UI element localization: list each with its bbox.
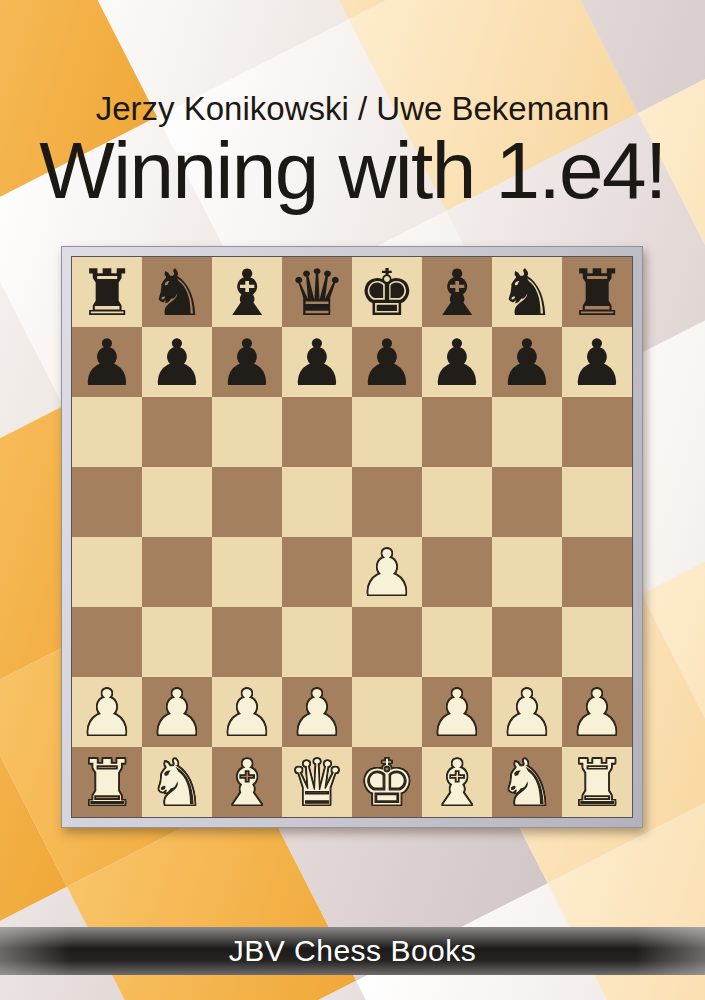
square-h8: ♜: [562, 257, 632, 327]
square-c8: ♝: [212, 257, 282, 327]
square-f7: ♟: [422, 327, 492, 397]
square-e7: ♟: [352, 327, 422, 397]
square-a3: [72, 607, 142, 677]
white-pawn: ♟: [218, 681, 275, 745]
square-g1: ♞: [492, 747, 562, 817]
black-pawn: ♟: [78, 331, 135, 395]
square-f2: ♟: [422, 677, 492, 747]
square-d1: ♛: [282, 747, 352, 817]
black-knight: ♞: [498, 261, 555, 325]
square-d8: ♛: [282, 257, 352, 327]
author-names: Jerzy Konikowski / Uwe Bekemann: [0, 91, 705, 127]
square-b1: ♞: [142, 747, 212, 817]
square-g7: ♟: [492, 327, 562, 397]
square-b6: [142, 397, 212, 467]
square-e8: ♚: [352, 257, 422, 327]
book-title: Winning with 1.e4!: [0, 131, 705, 211]
square-a7: ♟: [72, 327, 142, 397]
square-c6: [212, 397, 282, 467]
square-h7: ♟: [562, 327, 632, 397]
square-g4: [492, 537, 562, 607]
white-bishop: ♝: [218, 751, 275, 815]
book-cover: Jerzy Konikowski / Uwe Bekemann Winning …: [0, 0, 705, 1000]
square-f5: [422, 467, 492, 537]
square-g8: ♞: [492, 257, 562, 327]
square-b2: ♟: [142, 677, 212, 747]
square-b3: [142, 607, 212, 677]
square-e5: [352, 467, 422, 537]
square-b8: ♞: [142, 257, 212, 327]
white-knight: ♞: [148, 751, 205, 815]
square-d5: [282, 467, 352, 537]
square-g3: [492, 607, 562, 677]
black-bishop: ♝: [218, 261, 275, 325]
square-g6: [492, 397, 562, 467]
chessboard: ♜♞♝♛♚♝♞♜♟♟♟♟♟♟♟♟♟♟♟♟♟♟♟♟♜♞♝♛♚♝♞♜: [71, 256, 633, 818]
square-a2: ♟: [72, 677, 142, 747]
square-a6: [72, 397, 142, 467]
square-f8: ♝: [422, 257, 492, 327]
black-bishop: ♝: [428, 261, 485, 325]
square-h1: ♜: [562, 747, 632, 817]
square-d7: ♟: [282, 327, 352, 397]
square-f6: [422, 397, 492, 467]
square-e2: [352, 677, 422, 747]
square-e6: [352, 397, 422, 467]
square-h3: [562, 607, 632, 677]
chessboard-frame: ♜♞♝♛♚♝♞♜♟♟♟♟♟♟♟♟♟♟♟♟♟♟♟♟♜♞♝♛♚♝♞♜: [61, 246, 643, 828]
square-b4: [142, 537, 212, 607]
black-rook: ♜: [78, 261, 135, 325]
black-rook: ♜: [568, 261, 625, 325]
square-b7: ♟: [142, 327, 212, 397]
square-g5: [492, 467, 562, 537]
square-d3: [282, 607, 352, 677]
black-knight: ♞: [148, 261, 205, 325]
publisher-name: JBV Chess Books: [229, 934, 477, 968]
square-a1: ♜: [72, 747, 142, 817]
square-f4: [422, 537, 492, 607]
black-pawn: ♟: [428, 331, 485, 395]
white-king: ♚: [358, 751, 415, 815]
black-pawn: ♟: [288, 331, 345, 395]
square-f3: [422, 607, 492, 677]
square-g2: ♟: [492, 677, 562, 747]
white-pawn: ♟: [148, 681, 205, 745]
square-a5: [72, 467, 142, 537]
square-d4: [282, 537, 352, 607]
black-pawn: ♟: [498, 331, 555, 395]
white-knight: ♞: [498, 751, 555, 815]
square-a8: ♜: [72, 257, 142, 327]
white-rook: ♜: [568, 751, 625, 815]
white-queen: ♛: [288, 751, 345, 815]
square-c3: [212, 607, 282, 677]
square-h6: [562, 397, 632, 467]
square-c5: [212, 467, 282, 537]
black-pawn: ♟: [568, 331, 625, 395]
white-bishop: ♝: [428, 751, 485, 815]
square-c2: ♟: [212, 677, 282, 747]
square-c1: ♝: [212, 747, 282, 817]
square-h4: [562, 537, 632, 607]
square-c7: ♟: [212, 327, 282, 397]
white-pawn: ♟: [568, 681, 625, 745]
white-pawn: ♟: [358, 541, 415, 605]
square-e1: ♚: [352, 747, 422, 817]
black-pawn: ♟: [358, 331, 415, 395]
black-pawn: ♟: [218, 331, 275, 395]
white-pawn: ♟: [428, 681, 485, 745]
square-h2: ♟: [562, 677, 632, 747]
square-b5: [142, 467, 212, 537]
square-h5: [562, 467, 632, 537]
black-queen: ♛: [288, 261, 345, 325]
black-pawn: ♟: [148, 331, 205, 395]
white-rook: ♜: [78, 751, 135, 815]
square-e4: ♟: [352, 537, 422, 607]
white-pawn: ♟: [288, 681, 345, 745]
square-f1: ♝: [422, 747, 492, 817]
square-d2: ♟: [282, 677, 352, 747]
white-pawn: ♟: [78, 681, 135, 745]
square-c4: [212, 537, 282, 607]
white-pawn: ♟: [498, 681, 555, 745]
square-d6: [282, 397, 352, 467]
square-a4: [72, 537, 142, 607]
square-e3: [352, 607, 422, 677]
publisher-banner: JBV Chess Books: [0, 927, 705, 975]
black-king: ♚: [358, 261, 415, 325]
